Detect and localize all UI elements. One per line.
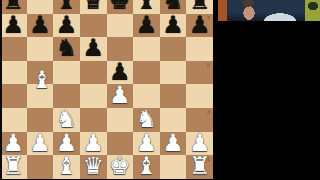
square-f6[interactable] <box>133 37 160 61</box>
white-king-e1[interactable]: ♚ <box>107 155 134 179</box>
square-a5[interactable] <box>0 61 27 85</box>
white-pawn-b2[interactable]: ♟ <box>27 132 54 156</box>
webcam-video <box>218 0 320 21</box>
chess-board: 87654321♜♝♛♚♝♞♜♟♟♟♟♟♟♞♟♟♝♟♞♞♟♟♟♟♟♟♟♜♝♛♚♝… <box>0 0 213 179</box>
black-king-e8[interactable]: ♚ <box>107 0 134 14</box>
black-pawn-d6[interactable]: ♟ <box>80 37 107 61</box>
square-b1[interactable] <box>27 155 54 179</box>
white-bishop-c1[interactable]: ♝ <box>53 155 80 179</box>
black-queen-d8[interactable]: ♛ <box>80 0 107 14</box>
square-g5[interactable] <box>160 61 187 85</box>
board-left-edge <box>0 0 2 180</box>
rank-label-5: 5 <box>199 62 210 69</box>
square-c5[interactable] <box>53 61 80 85</box>
square-b6[interactable] <box>27 37 54 61</box>
square-e3[interactable] <box>107 108 134 132</box>
black-pawn-f7[interactable]: ♟ <box>133 14 160 38</box>
white-bishop-f1[interactable]: ♝ <box>133 155 160 179</box>
square-g1[interactable] <box>160 155 187 179</box>
square-d5[interactable] <box>80 61 107 85</box>
square-g6[interactable] <box>160 37 187 61</box>
square-e7[interactable] <box>107 14 134 38</box>
white-pawn-g2[interactable]: ♟ <box>160 132 187 156</box>
black-pawn-g7[interactable]: ♟ <box>160 14 187 38</box>
black-pawn-h7[interactable]: ♟ <box>186 14 213 38</box>
white-rook-h1[interactable]: ♜ <box>186 155 213 179</box>
white-queen-d1[interactable]: ♛ <box>80 155 107 179</box>
square-f5[interactable] <box>133 61 160 85</box>
rank-label-6: 6 <box>199 38 210 45</box>
square-g4[interactable] <box>160 84 187 108</box>
rank-label-4: 4 <box>199 85 210 92</box>
white-bishop-b5[interactable]: ♝ <box>29 69 56 93</box>
black-knight-c6[interactable]: ♞ <box>53 37 80 61</box>
rank-label-3: 3 <box>199 109 210 116</box>
black-pawn-a7[interactable]: ♟ <box>0 14 27 38</box>
white-pawn-e4[interactable]: ♟ <box>107 84 134 108</box>
white-rook-a1[interactable]: ♜ <box>0 155 27 179</box>
square-a4[interactable] <box>0 84 27 108</box>
square-d4[interactable] <box>80 84 107 108</box>
background-black <box>213 21 320 180</box>
black-pawn-b7[interactable]: ♟ <box>27 14 54 38</box>
video-frame: 87654321♜♝♛♚♝♞♜♟♟♟♟♟♟♞♟♟♝♟♞♞♟♟♟♟♟♟♟♜♝♛♚♝… <box>0 0 320 180</box>
square-a6[interactable] <box>0 37 27 61</box>
